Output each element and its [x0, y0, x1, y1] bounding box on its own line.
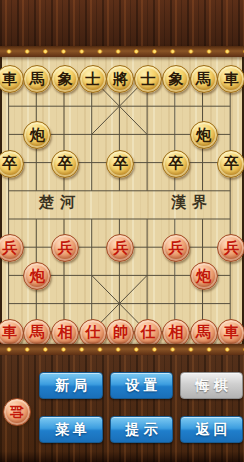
xiangqi-app: 楚河 漢界 車馬象士將士象馬車炮炮卒卒卒卒卒兵兵兵兵兵炮炮車馬相仕帥仕相馬車 帥…	[0, 0, 244, 462]
piece-black-馬[interactable]: 馬	[190, 65, 218, 93]
top-nail-strip	[0, 46, 244, 57]
back-button[interactable]: 返回	[180, 416, 243, 443]
piece-red-兵[interactable]: 兵	[162, 234, 190, 262]
menu-button[interactable]: 菜单	[39, 416, 103, 443]
top-wood-frame	[0, 0, 244, 46]
piece-red-相[interactable]: 相	[162, 319, 190, 347]
river-label-right: 漢界	[165, 193, 213, 212]
piece-black-炮[interactable]: 炮	[190, 121, 218, 149]
piece-red-馬[interactable]: 馬	[23, 319, 51, 347]
piece-black-卒[interactable]: 卒	[51, 150, 79, 178]
piece-red-車[interactable]: 車	[0, 319, 24, 347]
xiangqi-board[interactable]: 楚河 漢界 車馬象士將士象馬車炮炮卒卒卒卒卒兵兵兵兵兵炮炮車馬相仕帥仕相馬車	[0, 57, 244, 344]
piece-red-帥[interactable]: 帥	[106, 319, 134, 347]
settings-button[interactable]: 设置	[110, 372, 173, 399]
piece-black-卒[interactable]: 卒	[162, 150, 190, 178]
new-game-button[interactable]: 新局	[39, 372, 103, 399]
piece-red-馬[interactable]: 馬	[190, 319, 218, 347]
hint-button[interactable]: 提示	[110, 416, 173, 443]
undo-button[interactable]: 悔棋	[180, 372, 243, 399]
piece-black-士[interactable]: 士	[134, 65, 162, 93]
piece-black-車[interactable]: 車	[217, 65, 244, 93]
river-label-left: 楚河	[33, 193, 81, 212]
piece-red-仕[interactable]: 仕	[79, 319, 107, 347]
piece-black-卒[interactable]: 卒	[0, 150, 24, 178]
piece-black-士[interactable]: 士	[79, 65, 107, 93]
piece-red-相[interactable]: 相	[51, 319, 79, 347]
piece-red-兵[interactable]: 兵	[51, 234, 79, 262]
piece-black-卒[interactable]: 卒	[217, 150, 244, 178]
piece-red-兵[interactable]: 兵	[217, 234, 244, 262]
piece-red-炮[interactable]: 炮	[190, 262, 218, 290]
piece-black-卒[interactable]: 卒	[106, 150, 134, 178]
piece-black-象[interactable]: 象	[162, 65, 190, 93]
bottom-nail-strip	[0, 344, 244, 355]
turn-indicator-red-general: 帥	[3, 398, 31, 426]
piece-red-仕[interactable]: 仕	[134, 319, 162, 347]
piece-red-車[interactable]: 車	[217, 319, 244, 347]
piece-black-象[interactable]: 象	[51, 65, 79, 93]
